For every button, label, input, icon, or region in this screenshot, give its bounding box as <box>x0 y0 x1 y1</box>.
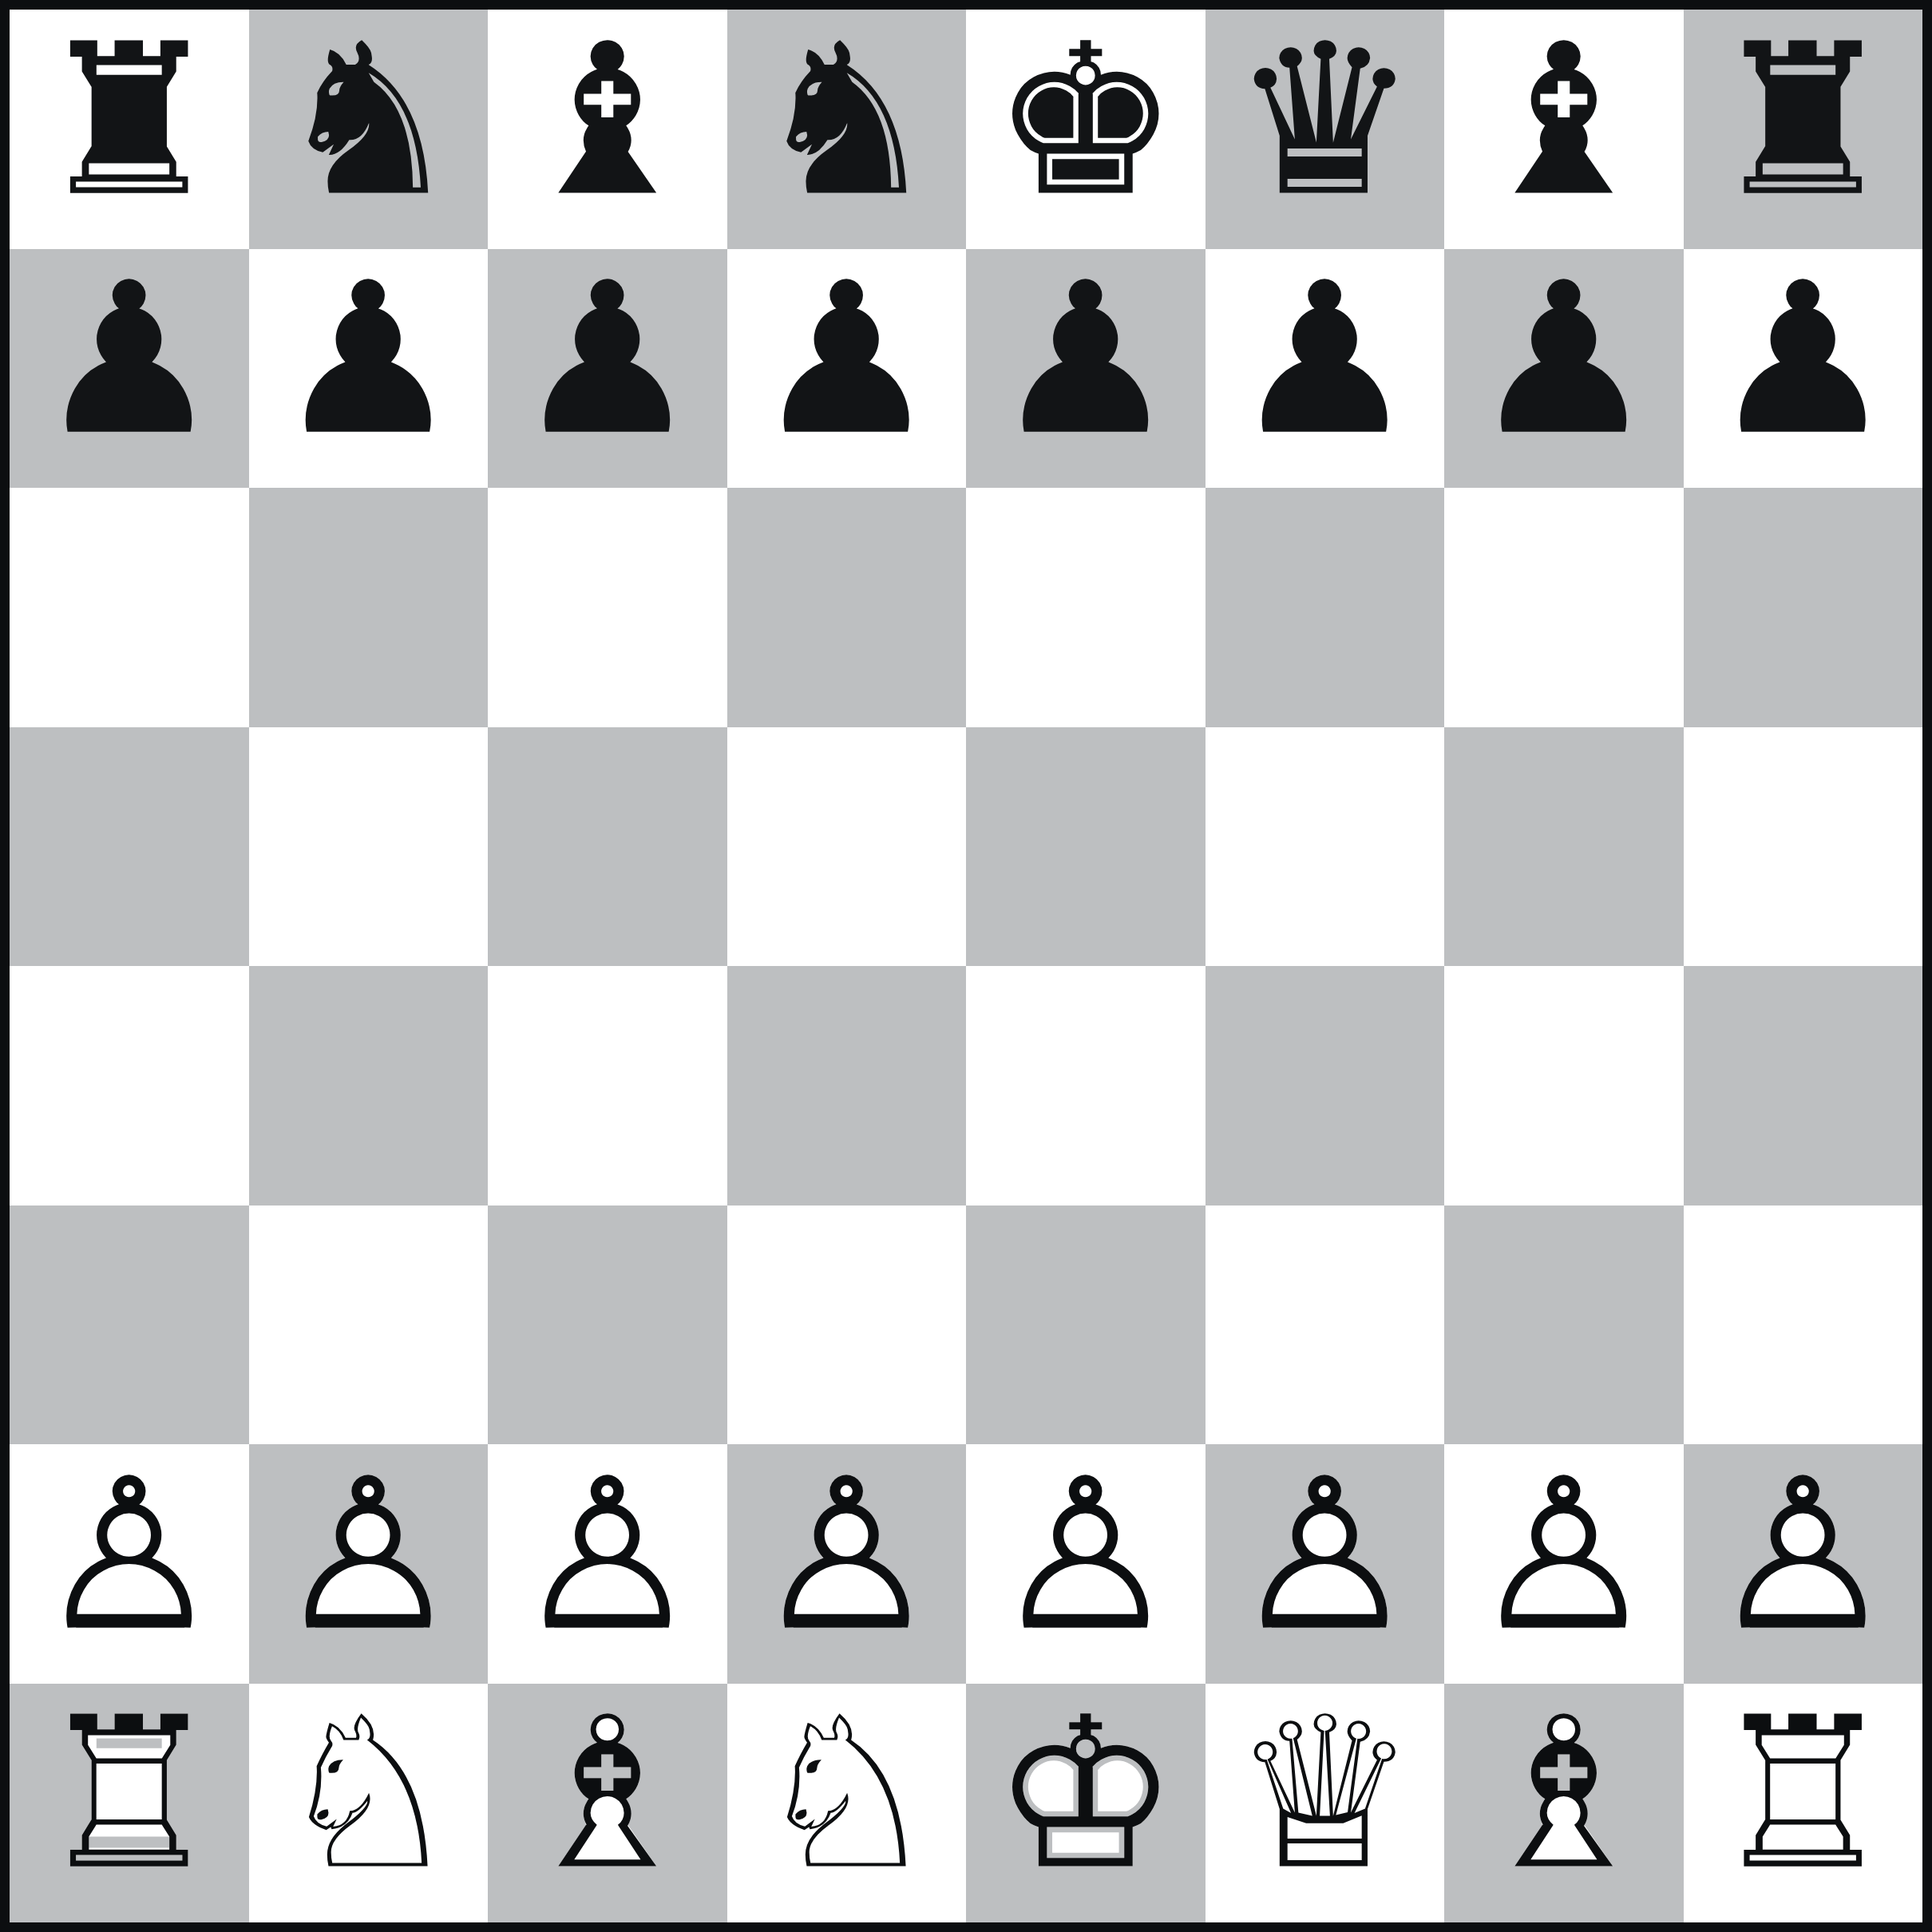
black-knight-glyph: ♞ <box>753 16 940 225</box>
black-queen-glyph: ♛ <box>1231 16 1419 225</box>
square-g1[interactable]: ♝♗ <box>1444 1684 1684 1923</box>
white-pawn-outline: ♙ <box>35 1451 223 1660</box>
square-e4[interactable] <box>966 966 1206 1206</box>
white-pawn[interactable]: ♟♙ <box>966 1444 1206 1684</box>
square-d6[interactable] <box>727 488 967 727</box>
square-f6[interactable] <box>1206 488 1445 727</box>
white-pawn[interactable]: ♟♙ <box>727 1444 967 1684</box>
square-c7[interactable]: ♟ <box>488 249 727 489</box>
white-knight[interactable]: ♞♘ <box>727 1684 967 1923</box>
black-pawn[interactable]: ♟ <box>727 249 967 489</box>
black-pawn-glyph: ♟ <box>35 255 223 465</box>
black-winged-bishop-glyph: ♝ <box>1470 16 1657 225</box>
white-pawn-outline: ♙ <box>992 1451 1179 1660</box>
square-h4[interactable] <box>1684 966 1923 1206</box>
black-pawn-glyph: ♟ <box>1470 255 1657 465</box>
square-b8[interactable]: ♞ <box>249 10 489 249</box>
square-c3[interactable] <box>488 1206 727 1445</box>
square-e5[interactable] <box>966 727 1206 967</box>
square-h3[interactable] <box>1684 1206 1923 1445</box>
square-f8[interactable]: ♛ <box>1206 10 1445 249</box>
white-pawn-outline: ♙ <box>1231 1451 1419 1660</box>
square-c2[interactable]: ♟♙ <box>488 1444 727 1684</box>
black-pawn[interactable]: ♟ <box>1206 249 1445 489</box>
square-g2[interactable]: ♟♙ <box>1444 1444 1684 1684</box>
white-queen[interactable]: ♛♕ <box>1206 1684 1445 1923</box>
black-pawn[interactable]: ♟ <box>966 249 1206 489</box>
white-winged-bishop-outline: ♗ <box>1470 1690 1657 1899</box>
square-d4[interactable] <box>727 966 967 1206</box>
black-pawn[interactable]: ♟ <box>1444 249 1684 489</box>
square-e6[interactable] <box>966 488 1206 727</box>
white-knight-outline: ♘ <box>275 1690 462 1899</box>
square-d5[interactable] <box>727 727 967 967</box>
square-g3[interactable] <box>1444 1206 1684 1445</box>
chess-board: ♜♞♝♞♚♛♝♜♟♟♟♟♟♟♟♟♟♙♟♙♟♙♟♙♟♙♟♙♟♙♟♙♜♖♞♘♝♗♞♘… <box>0 0 1932 1932</box>
white-pawn[interactable]: ♟♙ <box>10 1444 249 1684</box>
square-a2[interactable]: ♟♙ <box>10 1444 249 1684</box>
white-pawn-outline: ♙ <box>753 1451 940 1660</box>
square-h1[interactable]: ♜♖ <box>1684 1684 1923 1923</box>
black-pawn[interactable]: ♟ <box>10 249 249 489</box>
square-h7[interactable]: ♟ <box>1684 249 1923 489</box>
square-b2[interactable]: ♟♙ <box>249 1444 489 1684</box>
square-c8[interactable]: ♝ <box>488 10 727 249</box>
white-pawn[interactable]: ♟♙ <box>1206 1444 1445 1684</box>
square-g4[interactable] <box>1444 966 1684 1206</box>
black-knight[interactable]: ♞ <box>727 10 967 249</box>
white-winged-bishop[interactable]: ♝♗ <box>488 1684 727 1923</box>
black-rook[interactable]: ♜ <box>1684 10 1923 249</box>
black-rook-glyph: ♜ <box>35 16 223 225</box>
white-queen-outline: ♕ <box>1231 1690 1419 1899</box>
square-b7[interactable]: ♟ <box>249 249 489 489</box>
white-rook[interactable]: ♜♖ <box>1684 1684 1923 1923</box>
white-winged-bishop-outline: ♗ <box>513 1690 701 1899</box>
square-a4[interactable] <box>10 966 249 1206</box>
black-pawn-glyph: ♟ <box>753 255 940 465</box>
square-b5[interactable] <box>249 727 489 967</box>
square-a5[interactable] <box>10 727 249 967</box>
square-d7[interactable]: ♟ <box>727 249 967 489</box>
square-g7[interactable]: ♟ <box>1444 249 1684 489</box>
white-pawn[interactable]: ♟♙ <box>1444 1444 1684 1684</box>
square-h2[interactable]: ♟♙ <box>1684 1444 1923 1684</box>
black-queen[interactable]: ♛ <box>1206 10 1445 249</box>
black-king-glyph: ♚ <box>992 16 1179 225</box>
black-pawn-glyph: ♟ <box>513 255 701 465</box>
square-e8[interactable]: ♚ <box>966 10 1206 249</box>
black-pawn[interactable]: ♟ <box>488 249 727 489</box>
square-f3[interactable] <box>1206 1206 1445 1445</box>
black-knight-glyph: ♞ <box>275 16 462 225</box>
black-winged-bishop[interactable]: ♝ <box>1444 10 1684 249</box>
white-rook-outline: ♖ <box>35 1690 223 1899</box>
white-pawn-outline: ♙ <box>513 1451 701 1660</box>
white-king-outline: ♔ <box>992 1690 1179 1899</box>
black-pawn[interactable]: ♟ <box>1684 249 1923 489</box>
square-h5[interactable] <box>1684 727 1923 967</box>
black-king[interactable]: ♚ <box>966 10 1206 249</box>
square-a3[interactable] <box>10 1206 249 1445</box>
square-b6[interactable] <box>249 488 489 727</box>
white-winged-bishop[interactable]: ♝♗ <box>1444 1684 1684 1923</box>
white-knight[interactable]: ♞♘ <box>249 1684 489 1923</box>
square-f7[interactable]: ♟ <box>1206 249 1445 489</box>
black-winged-bishop[interactable]: ♝ <box>488 10 727 249</box>
square-h8[interactable]: ♜ <box>1684 10 1923 249</box>
black-pawn-glyph: ♟ <box>992 255 1179 465</box>
square-e3[interactable] <box>966 1206 1206 1445</box>
square-b3[interactable] <box>249 1206 489 1445</box>
square-e2[interactable]: ♟♙ <box>966 1444 1206 1684</box>
black-pawn-glyph: ♟ <box>1709 255 1897 465</box>
white-pawn-outline: ♙ <box>1709 1451 1897 1660</box>
black-pawn-glyph: ♟ <box>1231 255 1419 465</box>
square-b1[interactable]: ♞♘ <box>249 1684 489 1923</box>
square-f1[interactable]: ♛♕ <box>1206 1684 1445 1923</box>
white-pawn-outline: ♙ <box>1470 1451 1657 1660</box>
square-a8[interactable]: ♜ <box>10 10 249 249</box>
square-f5[interactable] <box>1206 727 1445 967</box>
white-knight-outline: ♘ <box>753 1690 940 1899</box>
square-e7[interactable]: ♟ <box>966 249 1206 489</box>
square-e1[interactable]: ♚♔ <box>966 1684 1206 1923</box>
white-rook-outline: ♖ <box>1709 1690 1897 1899</box>
black-knight[interactable]: ♞ <box>249 10 489 249</box>
square-d1[interactable]: ♞♘ <box>727 1684 967 1923</box>
white-king[interactable]: ♚♔ <box>966 1684 1206 1923</box>
square-c6[interactable] <box>488 488 727 727</box>
white-pawn-outline: ♙ <box>275 1451 462 1660</box>
square-f2[interactable]: ♟♙ <box>1206 1444 1445 1684</box>
white-pawn[interactable]: ♟♙ <box>488 1444 727 1684</box>
white-pawn[interactable]: ♟♙ <box>1684 1444 1923 1684</box>
square-d3[interactable] <box>727 1206 967 1445</box>
white-pawn[interactable]: ♟♙ <box>249 1444 489 1684</box>
square-h6[interactable] <box>1684 488 1923 727</box>
square-c5[interactable] <box>488 727 727 967</box>
square-d2[interactable]: ♟♙ <box>727 1444 967 1684</box>
square-g6[interactable] <box>1444 488 1684 727</box>
square-a1[interactable]: ♜♖ <box>10 1684 249 1923</box>
white-rook[interactable]: ♜♖ <box>10 1684 249 1923</box>
square-g5[interactable] <box>1444 727 1684 967</box>
square-a6[interactable] <box>10 488 249 727</box>
black-winged-bishop-glyph: ♝ <box>513 16 701 225</box>
black-pawn-glyph: ♟ <box>275 255 462 465</box>
square-b4[interactable] <box>249 966 489 1206</box>
square-c1[interactable]: ♝♗ <box>488 1684 727 1923</box>
black-rook[interactable]: ♜ <box>10 10 249 249</box>
square-d8[interactable]: ♞ <box>727 10 967 249</box>
square-a7[interactable]: ♟ <box>10 249 249 489</box>
square-g8[interactable]: ♝ <box>1444 10 1684 249</box>
black-rook-glyph: ♜ <box>1709 16 1897 225</box>
square-c4[interactable] <box>488 966 727 1206</box>
square-f4[interactable] <box>1206 966 1445 1206</box>
black-pawn[interactable]: ♟ <box>249 249 489 489</box>
